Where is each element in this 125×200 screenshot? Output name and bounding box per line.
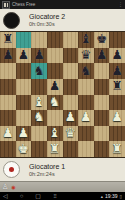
square-h3[interactable]: ♟ xyxy=(109,110,125,126)
title-bar: Chess Free ⋮ xyxy=(0,0,125,9)
player2-bar: Giocatore 2 0h:0m:30s xyxy=(0,9,125,32)
square-d3[interactable] xyxy=(47,110,63,126)
tray-record-icon[interactable]: ◉ xyxy=(11,184,15,190)
square-a2[interactable]: ♟ xyxy=(0,126,16,142)
square-a5[interactable] xyxy=(0,79,16,95)
square-c8[interactable] xyxy=(31,32,47,48)
square-a8[interactable]: ♜ xyxy=(0,32,16,48)
white-pawn[interactable]: ♟ xyxy=(18,126,29,141)
white-knight[interactable]: ♞ xyxy=(33,110,44,125)
battery-icon: ▯ xyxy=(120,194,122,199)
square-f3[interactable]: ♟ xyxy=(78,110,94,126)
white-knight[interactable]: ♞ xyxy=(49,95,60,110)
square-e3[interactable]: ♟ xyxy=(63,110,79,126)
square-h7[interactable]: ♟ xyxy=(109,48,125,64)
square-f6[interactable]: ♞ xyxy=(78,63,94,79)
player2-clock: 0h:0m:30s xyxy=(29,21,65,27)
square-g4[interactable] xyxy=(94,95,110,111)
square-h2[interactable] xyxy=(109,126,125,142)
square-f2[interactable] xyxy=(78,126,94,142)
square-d4[interactable]: ♞ xyxy=(47,95,63,111)
square-h5[interactable]: ♜ xyxy=(109,79,125,95)
square-b8[interactable] xyxy=(16,32,32,48)
square-e1[interactable] xyxy=(63,141,79,157)
square-a3[interactable] xyxy=(0,110,16,126)
player2-name: Giocatore 2 xyxy=(29,13,65,21)
black-king[interactable]: ♚ xyxy=(96,32,107,47)
square-a6[interactable] xyxy=(0,63,16,79)
white-queen[interactable]: ♛ xyxy=(65,126,76,141)
square-e2[interactable]: ♛ xyxy=(63,126,79,142)
black-rook[interactable]: ♜ xyxy=(2,32,13,47)
square-a4[interactable] xyxy=(0,95,16,111)
square-c3[interactable]: ♞ xyxy=(31,110,47,126)
white-bishop[interactable]: ♝ xyxy=(33,95,44,110)
player1-name: Giocatore 1 xyxy=(29,163,65,171)
white-king[interactable]: ♚ xyxy=(18,142,29,157)
player1-avatar xyxy=(3,161,20,178)
square-f8[interactable]: ♝ xyxy=(78,32,94,48)
black-knight[interactable]: ♞ xyxy=(33,64,44,79)
overflow-menu-icon[interactable]: ⋮ xyxy=(118,2,123,7)
square-b4[interactable] xyxy=(16,95,32,111)
black-pawn[interactable]: ♟ xyxy=(33,48,44,63)
app-title: Chess Free xyxy=(12,2,118,7)
square-h8[interactable] xyxy=(109,32,125,48)
black-rook[interactable]: ♜ xyxy=(112,79,123,94)
black-queen[interactable]: ♛ xyxy=(80,48,91,63)
square-c2[interactable] xyxy=(31,126,47,142)
app-icon xyxy=(2,1,10,9)
square-c6[interactable]: ♞ xyxy=(31,63,47,79)
square-b2[interactable]: ♟ xyxy=(16,126,32,142)
square-c5[interactable] xyxy=(31,79,47,95)
square-d2[interactable]: ♝ xyxy=(47,126,63,142)
player1-clock: 0h:2m:24s xyxy=(29,171,65,177)
square-h6[interactable]: ♟ xyxy=(109,63,125,79)
square-c7[interactable]: ♟ xyxy=(31,48,47,64)
square-b1[interactable]: ♚ xyxy=(16,141,32,157)
square-h4[interactable] xyxy=(109,95,125,111)
legacy-menu-icon[interactable]: ⠿ xyxy=(53,193,57,200)
square-f4[interactable] xyxy=(78,95,94,111)
chess-board[interactable]: ♜♝♚♟♟♟♛♟♟♞♞♟♟♜♝♞♞♟♟♟♟♟♝♛♚♜♜ xyxy=(0,32,125,157)
white-pawn[interactable]: ♟ xyxy=(2,126,13,141)
square-g5[interactable] xyxy=(94,79,110,95)
player2-avatar xyxy=(3,12,20,29)
square-c1[interactable] xyxy=(31,141,47,157)
recents-icon[interactable]: ▢ xyxy=(35,193,41,200)
black-pawn[interactable]: ♟ xyxy=(112,64,123,79)
square-d1[interactable]: ♜ xyxy=(47,141,63,157)
white-rook[interactable]: ♜ xyxy=(112,142,123,157)
square-b7[interactable]: ♟ xyxy=(16,48,32,64)
square-a1[interactable] xyxy=(0,141,16,157)
white-bishop[interactable]: ♝ xyxy=(49,126,60,141)
square-b6[interactable] xyxy=(16,63,32,79)
black-knight[interactable]: ♞ xyxy=(80,64,91,79)
white-pawn[interactable]: ♟ xyxy=(80,110,91,125)
square-g7[interactable]: ♟ xyxy=(94,48,110,64)
status-clock: 19:39 xyxy=(105,193,118,199)
square-g3[interactable] xyxy=(94,110,110,126)
white-pawn[interactable]: ♟ xyxy=(112,110,123,125)
square-e8[interactable] xyxy=(63,32,79,48)
signal-icon: ▴ xyxy=(101,194,103,199)
square-g2[interactable] xyxy=(94,126,110,142)
black-pawn[interactable]: ♟ xyxy=(96,48,107,63)
status-cluster[interactable]: ▴ 19:39 ▯ xyxy=(101,193,122,199)
black-pawn[interactable]: ♟ xyxy=(49,79,60,94)
square-g6[interactable] xyxy=(94,63,110,79)
square-d5[interactable]: ♟ xyxy=(47,79,63,95)
square-g1[interactable] xyxy=(94,141,110,157)
player1-bar: Giocatore 1 0h:2m:24s xyxy=(0,157,125,182)
square-e5[interactable] xyxy=(63,79,79,95)
square-b5[interactable] xyxy=(16,79,32,95)
square-e6[interactable] xyxy=(63,63,79,79)
square-d7[interactable] xyxy=(47,48,63,64)
black-pawn[interactable]: ♟ xyxy=(112,48,123,63)
square-f7[interactable]: ♛ xyxy=(78,48,94,64)
black-bishop[interactable]: ♝ xyxy=(80,32,91,47)
black-pawn[interactable]: ♟ xyxy=(2,48,13,63)
square-d6[interactable] xyxy=(47,63,63,79)
android-navbar: ◁ ○ ▢ ⠿ ▴ 19:39 ▯ xyxy=(0,192,125,200)
screen: Chess Free ⋮ Giocatore 2 0h:0m:30s ♜♝♚♟♟… xyxy=(0,0,125,200)
black-pawn[interactable]: ♟ xyxy=(18,48,29,63)
turn-indicator-dot xyxy=(9,167,14,172)
square-h1[interactable]: ♜ xyxy=(109,141,125,157)
tray-piece-icon[interactable]: ♙ xyxy=(2,183,8,191)
square-f5[interactable] xyxy=(78,79,94,95)
square-a7[interactable]: ♟ xyxy=(0,48,16,64)
back-icon[interactable]: ◁ xyxy=(3,193,8,200)
square-f1[interactable] xyxy=(78,141,94,157)
square-b3[interactable] xyxy=(16,110,32,126)
white-rook[interactable]: ♜ xyxy=(49,142,60,157)
square-c4[interactable]: ♝ xyxy=(31,95,47,111)
square-e7[interactable] xyxy=(63,48,79,64)
home-icon[interactable]: ○ xyxy=(20,193,24,200)
square-g8[interactable]: ♚ xyxy=(94,32,110,48)
tray-strip: ♙ ◉ xyxy=(0,182,125,192)
square-d8[interactable] xyxy=(47,32,63,48)
white-pawn[interactable]: ♟ xyxy=(65,110,76,125)
square-e4[interactable] xyxy=(63,95,79,111)
